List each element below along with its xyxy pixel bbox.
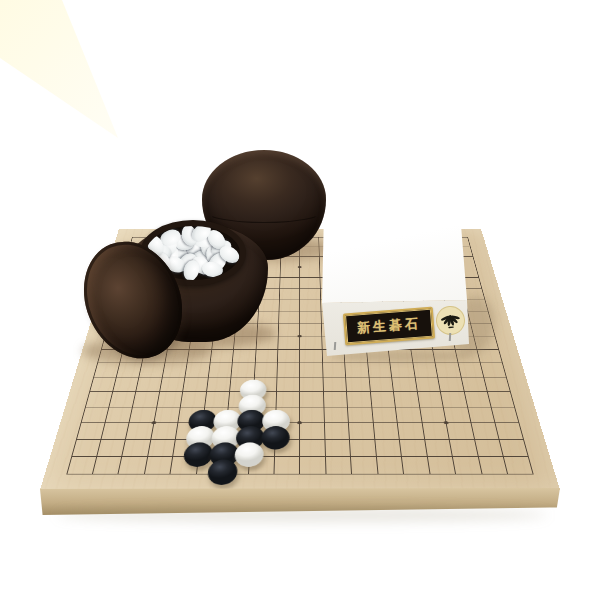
star-point <box>298 266 302 268</box>
grid-line-horizontal <box>76 439 524 440</box>
stones-box-label-text: 新生碁石 <box>356 315 421 338</box>
black-stone <box>206 460 238 486</box>
board-floor-shadow <box>56 508 548 522</box>
go-set-photo: 新生碁石 <box>0 0 600 600</box>
grid-line-horizontal <box>89 391 511 392</box>
stones-box: 新生碁石 <box>318 160 476 362</box>
grid-line-horizontal <box>85 407 515 408</box>
grid-line-horizontal <box>66 474 534 475</box>
white-stone <box>234 442 264 466</box>
star-point <box>444 421 449 424</box>
bowl-lid-seam <box>206 201 323 223</box>
grid-line-horizontal <box>93 377 507 378</box>
star-point <box>298 421 303 424</box>
black-stone <box>261 426 290 449</box>
light-streak <box>0 0 140 150</box>
stones-box-label-frame: 新生碁石 <box>345 309 433 344</box>
star-point <box>151 421 156 424</box>
star-point <box>298 335 302 337</box>
grid-line-horizontal <box>71 456 529 457</box>
